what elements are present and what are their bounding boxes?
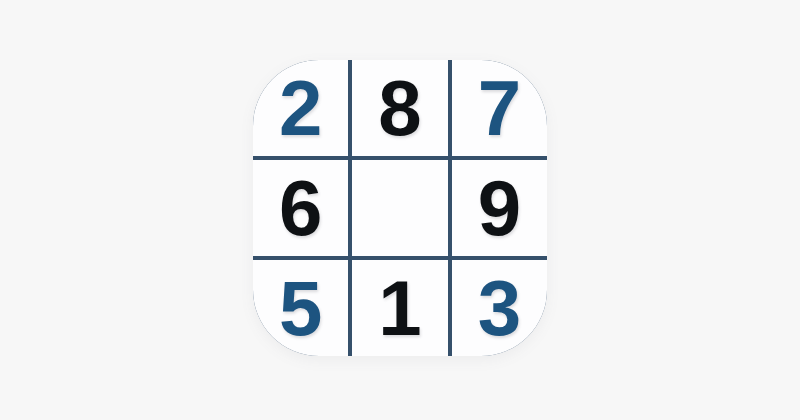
sudoku-cell-r3c2: 1	[352, 260, 447, 356]
sudoku-cell-r2c2	[352, 160, 447, 256]
sudoku-cell-r2c1: 6	[253, 160, 348, 256]
sudoku-app-icon[interactable]: 2 8 7 6 9 5 1 3	[253, 60, 547, 356]
sudoku-cell-r3c1: 5	[253, 260, 348, 356]
sudoku-cell-r1c2: 8	[352, 60, 447, 156]
sudoku-cell-r3c3: 3	[452, 260, 547, 356]
sudoku-cell-r1c3: 7	[452, 60, 547, 156]
sudoku-cell-r1c1: 2	[253, 60, 348, 156]
page-background: 2 8 7 6 9 5 1 3	[0, 0, 800, 420]
sudoku-cell-r2c3: 9	[452, 160, 547, 256]
sudoku-grid: 2 8 7 6 9 5 1 3	[253, 60, 547, 356]
